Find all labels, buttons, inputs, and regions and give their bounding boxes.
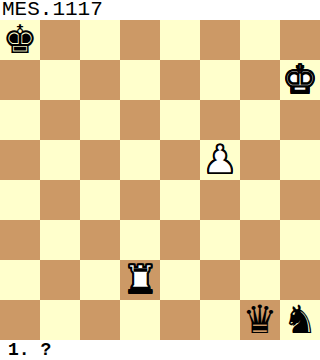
square-e2[interactable]: [160, 260, 200, 300]
square-e7[interactable]: [160, 60, 200, 100]
square-a1[interactable]: [0, 300, 40, 340]
piece-white-king: ♚: [283, 60, 318, 100]
square-b4[interactable]: [40, 180, 80, 220]
square-b6[interactable]: [40, 100, 80, 140]
square-b5[interactable]: [40, 140, 80, 180]
square-d3[interactable]: [120, 220, 160, 260]
square-g5[interactable]: [240, 140, 280, 180]
piece-black-knight: ♞: [283, 300, 318, 340]
square-c1[interactable]: [80, 300, 120, 340]
square-e1[interactable]: [160, 300, 200, 340]
square-h3[interactable]: [280, 220, 320, 260]
square-d5[interactable]: [120, 140, 160, 180]
square-g7[interactable]: [240, 60, 280, 100]
square-a3[interactable]: [0, 220, 40, 260]
square-h4[interactable]: [280, 180, 320, 220]
piece-white-pawn: ♟: [203, 140, 238, 180]
square-c2[interactable]: [80, 260, 120, 300]
square-e5[interactable]: [160, 140, 200, 180]
square-d4[interactable]: [120, 180, 160, 220]
square-b1[interactable]: [40, 300, 80, 340]
square-b8[interactable]: [40, 20, 80, 60]
square-f1[interactable]: [200, 300, 240, 340]
move-prompt: 1. ?: [8, 340, 51, 360]
square-c6[interactable]: [80, 100, 120, 140]
square-a2[interactable]: [0, 260, 40, 300]
square-h5[interactable]: [280, 140, 320, 180]
square-g3[interactable]: [240, 220, 280, 260]
square-c7[interactable]: [80, 60, 120, 100]
chess-puzzle-page: MES.1117 ♚♚♟♜♛♞ 1. ?: [0, 0, 320, 360]
square-d1[interactable]: [120, 300, 160, 340]
square-h1[interactable]: ♞: [280, 300, 320, 340]
square-g2[interactable]: [240, 260, 280, 300]
square-g1[interactable]: ♛: [240, 300, 280, 340]
square-g4[interactable]: [240, 180, 280, 220]
square-d6[interactable]: [120, 100, 160, 140]
square-f5[interactable]: ♟: [200, 140, 240, 180]
square-g8[interactable]: [240, 20, 280, 60]
chess-board: ♚♚♟♜♛♞: [0, 20, 320, 340]
square-f4[interactable]: [200, 180, 240, 220]
square-a6[interactable]: [0, 100, 40, 140]
square-f3[interactable]: [200, 220, 240, 260]
square-c3[interactable]: [80, 220, 120, 260]
square-d8[interactable]: [120, 20, 160, 60]
square-e8[interactable]: [160, 20, 200, 60]
square-b7[interactable]: [40, 60, 80, 100]
puzzle-id: MES.1117: [2, 0, 103, 20]
square-b2[interactable]: [40, 260, 80, 300]
square-c5[interactable]: [80, 140, 120, 180]
square-a8[interactable]: ♚: [0, 20, 40, 60]
square-e4[interactable]: [160, 180, 200, 220]
piece-black-queen: ♛: [243, 300, 278, 340]
square-h8[interactable]: [280, 20, 320, 60]
square-a4[interactable]: [0, 180, 40, 220]
square-f8[interactable]: [200, 20, 240, 60]
square-c8[interactable]: [80, 20, 120, 60]
square-f2[interactable]: [200, 260, 240, 300]
square-h7[interactable]: ♚: [280, 60, 320, 100]
square-e6[interactable]: [160, 100, 200, 140]
square-d2[interactable]: ♜: [120, 260, 160, 300]
square-c4[interactable]: [80, 180, 120, 220]
square-d7[interactable]: [120, 60, 160, 100]
square-a7[interactable]: [0, 60, 40, 100]
square-f6[interactable]: [200, 100, 240, 140]
square-f7[interactable]: [200, 60, 240, 100]
square-h6[interactable]: [280, 100, 320, 140]
square-e3[interactable]: [160, 220, 200, 260]
piece-white-rook: ♜: [123, 260, 158, 300]
piece-black-king: ♚: [3, 20, 38, 60]
square-g6[interactable]: [240, 100, 280, 140]
square-h2[interactable]: [280, 260, 320, 300]
square-b3[interactable]: [40, 220, 80, 260]
square-a5[interactable]: [0, 140, 40, 180]
